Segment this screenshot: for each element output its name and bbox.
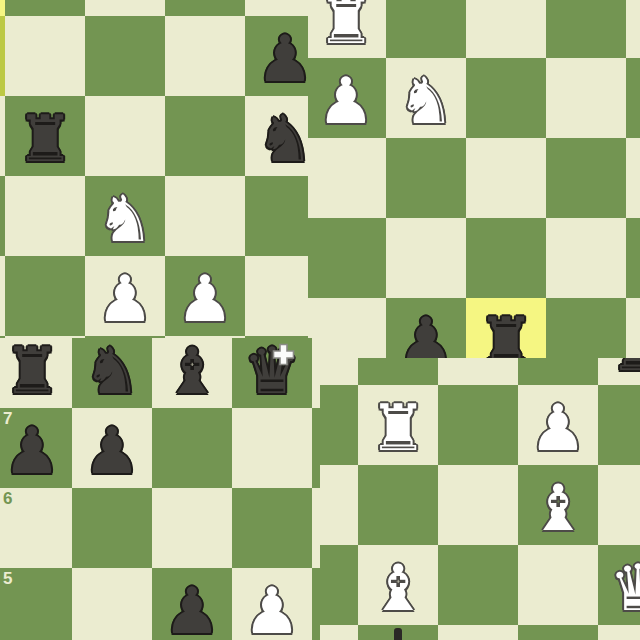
rank-label-6: 6 bbox=[3, 490, 12, 507]
square[interactable] bbox=[72, 568, 152, 640]
black-pawn-glyph: ♟ bbox=[163, 579, 220, 640]
black-rook[interactable]: ♜ bbox=[466, 298, 546, 358]
square[interactable] bbox=[320, 358, 358, 385]
white-knight-glyph: ♞ bbox=[96, 187, 153, 256]
square[interactable] bbox=[386, 138, 466, 218]
square[interactable] bbox=[438, 625, 518, 640]
square[interactable] bbox=[232, 408, 312, 488]
white-bishop-glyph: ♝ bbox=[369, 556, 426, 625]
white-knight[interactable]: ♞ bbox=[85, 176, 165, 256]
black-pawn[interactable]: ♟ bbox=[386, 298, 466, 358]
square[interactable] bbox=[438, 465, 518, 545]
square[interactable] bbox=[312, 338, 320, 408]
board-fragment-top-left: ♟♜♞♞♟♟ bbox=[0, 0, 308, 338]
square[interactable] bbox=[5, 256, 85, 336]
square[interactable] bbox=[312, 568, 320, 640]
chess-board-collage: ♟♜♞♞♟♟♜♟♞♟♜♜♞♝♛♟♟♟♟765♜♜♟♝♝♛ bbox=[0, 0, 640, 640]
square[interactable] bbox=[245, 256, 308, 336]
square[interactable] bbox=[152, 488, 232, 568]
white-pawn-glyph: ♟ bbox=[243, 579, 300, 640]
square[interactable] bbox=[85, 16, 165, 96]
rank-label-7: 7 bbox=[3, 410, 12, 427]
white-pawn-glyph: ♟ bbox=[176, 267, 233, 336]
square[interactable] bbox=[518, 545, 598, 625]
board-fragment-top-right: ♜♟♞♟♜ bbox=[308, 0, 640, 358]
black-knight-glyph: ♞ bbox=[256, 107, 308, 176]
square[interactable] bbox=[438, 358, 518, 385]
square[interactable] bbox=[466, 218, 546, 298]
black-pawn-glyph: ♟ bbox=[83, 419, 140, 488]
square[interactable] bbox=[165, 16, 245, 96]
square[interactable] bbox=[386, 218, 466, 298]
black-rook[interactable]: ♜ bbox=[0, 338, 72, 408]
white-queen-glyph: ♛ bbox=[609, 556, 640, 625]
black-rook-glyph: ♜ bbox=[609, 358, 640, 385]
square[interactable] bbox=[518, 358, 598, 385]
square[interactable] bbox=[358, 358, 438, 385]
square[interactable] bbox=[546, 218, 626, 298]
square[interactable] bbox=[85, 0, 165, 16]
black-pawn-glyph: ♟ bbox=[397, 309, 454, 358]
square[interactable] bbox=[626, 298, 640, 358]
black-rook[interactable]: ♜ bbox=[598, 358, 640, 385]
black-rook[interactable]: ♜ bbox=[5, 96, 85, 176]
square[interactable] bbox=[308, 138, 386, 218]
black-pawn[interactable]: ♟ bbox=[245, 16, 308, 96]
white-rook[interactable]: ♜ bbox=[308, 0, 386, 58]
square[interactable] bbox=[626, 138, 640, 218]
black-bishop-glyph: ♝ bbox=[163, 339, 220, 408]
square[interactable] bbox=[546, 298, 626, 358]
white-pawn[interactable]: ♟ bbox=[232, 568, 312, 640]
black-pawn-glyph: ♟ bbox=[256, 27, 308, 96]
square[interactable] bbox=[438, 385, 518, 465]
white-pawn[interactable]: ♟ bbox=[308, 58, 386, 138]
white-queen[interactable]: ♛ bbox=[598, 545, 640, 625]
square[interactable] bbox=[626, 218, 640, 298]
square[interactable] bbox=[466, 0, 546, 58]
black-bishop[interactable]: ♝ bbox=[152, 338, 232, 408]
square[interactable] bbox=[320, 385, 358, 465]
white-rook-glyph: ♜ bbox=[317, 0, 374, 58]
white-rook-glyph: ♜ bbox=[369, 396, 426, 465]
black-piece-top-sliver[interactable] bbox=[394, 628, 402, 640]
square[interactable] bbox=[598, 625, 640, 640]
square[interactable] bbox=[320, 545, 358, 625]
rank-label-5: 5 bbox=[3, 570, 12, 587]
white-pawn-glyph: ♟ bbox=[529, 396, 586, 465]
square[interactable] bbox=[5, 176, 85, 256]
black-knight[interactable]: ♞ bbox=[245, 96, 308, 176]
white-rook[interactable]: ♜ bbox=[358, 385, 438, 465]
square[interactable] bbox=[165, 96, 245, 176]
square[interactable] bbox=[320, 465, 358, 545]
square[interactable] bbox=[546, 0, 626, 58]
square[interactable] bbox=[598, 465, 640, 545]
square[interactable] bbox=[626, 0, 640, 58]
black-pawn[interactable]: ♟ bbox=[152, 568, 232, 640]
white-pawn-glyph: ♟ bbox=[317, 69, 374, 138]
white-pawn-glyph: ♟ bbox=[96, 267, 153, 336]
white-pawn[interactable]: ♟ bbox=[85, 256, 165, 336]
square[interactable] bbox=[438, 545, 518, 625]
square[interactable] bbox=[466, 138, 546, 218]
square[interactable] bbox=[85, 96, 165, 176]
square[interactable] bbox=[312, 408, 320, 488]
white-bishop[interactable]: ♝ bbox=[518, 465, 598, 545]
black-pawn-glyph: ♟ bbox=[3, 419, 60, 488]
white-pawn[interactable]: ♟ bbox=[165, 256, 245, 336]
square[interactable] bbox=[5, 0, 85, 16]
square[interactable] bbox=[5, 16, 85, 96]
board-fragment-bottom-left: ♜♞♝♛♟♟♟♟765 bbox=[0, 338, 320, 640]
square[interactable] bbox=[598, 385, 640, 465]
square[interactable] bbox=[245, 0, 308, 16]
square[interactable] bbox=[245, 176, 308, 256]
square[interactable] bbox=[626, 58, 640, 138]
black-rook-glyph: ♜ bbox=[16, 107, 73, 176]
white-knight-glyph: ♞ bbox=[397, 69, 454, 138]
square[interactable] bbox=[232, 488, 312, 568]
white-pawn[interactable]: ♟ bbox=[518, 385, 598, 465]
black-knight-glyph: ♞ bbox=[83, 339, 140, 408]
square[interactable] bbox=[312, 488, 320, 568]
square[interactable] bbox=[320, 625, 358, 640]
white-knight[interactable]: ♞ bbox=[386, 58, 466, 138]
square[interactable] bbox=[518, 625, 598, 640]
square[interactable] bbox=[386, 0, 466, 58]
square[interactable] bbox=[358, 465, 438, 545]
white-bishop-glyph: ♝ bbox=[529, 476, 586, 545]
square[interactable] bbox=[152, 408, 232, 488]
square[interactable] bbox=[546, 138, 626, 218]
black-rook-glyph: ♜ bbox=[3, 339, 60, 408]
black-rook-glyph: ♜ bbox=[477, 309, 534, 358]
white-cross-marker bbox=[272, 343, 295, 366]
square[interactable] bbox=[546, 58, 626, 138]
square[interactable] bbox=[308, 218, 386, 298]
black-knight[interactable]: ♞ bbox=[72, 338, 152, 408]
square[interactable] bbox=[466, 58, 546, 138]
square[interactable] bbox=[165, 0, 245, 16]
black-pawn[interactable]: ♟ bbox=[72, 408, 152, 488]
square[interactable] bbox=[165, 176, 245, 256]
white-bishop[interactable]: ♝ bbox=[358, 545, 438, 625]
square[interactable] bbox=[72, 488, 152, 568]
board-fragment-bottom-right: ♜♜♟♝♝♛ bbox=[320, 358, 640, 640]
